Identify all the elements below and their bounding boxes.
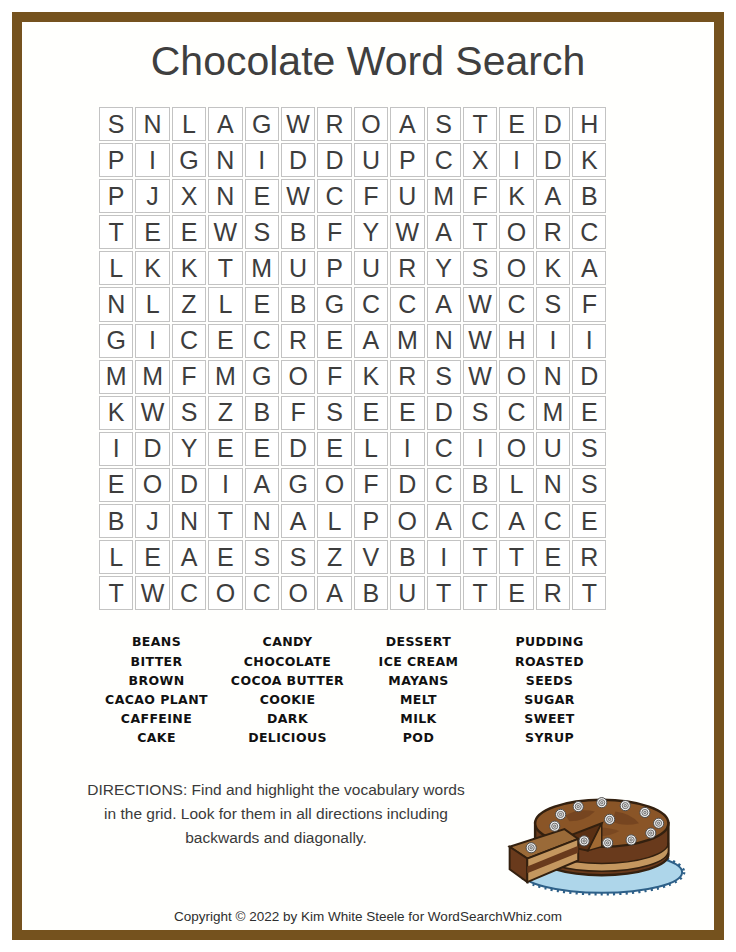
word-list-item: CANDY: [263, 632, 313, 651]
word-list-item: COOKIE: [260, 690, 316, 709]
grid-container: SNLAGWROASTEDHPIGNIDDUPCXIDKPJXNEWCFUMFK…: [99, 107, 714, 610]
word-list-item: BITTER: [130, 652, 182, 671]
word-list-item: BROWN: [128, 671, 184, 690]
word-list-column: DESSERTICE CREAMMAYANSMELTMILKPOD: [353, 632, 484, 747]
directions-line: backwards and diagonally.: [70, 826, 482, 850]
grid-cell-r6-c11[interactable]: W: [463, 287, 497, 321]
grid-cell-r14-c14[interactable]: T: [572, 576, 606, 610]
grid-cell-r10-c14[interactable]: S: [572, 432, 606, 466]
word-list-item: CAKE: [137, 728, 176, 747]
grid-cell-r6-c8[interactable]: C: [354, 287, 388, 321]
grid-cell-r1-c2[interactable]: N: [135, 107, 169, 141]
grid-cell-r8-c11[interactable]: W: [463, 360, 497, 394]
grid-cell-r3-c11[interactable]: F: [463, 179, 497, 213]
grid-cell-r12-c3[interactable]: N: [172, 504, 206, 538]
grid-cell-r8-c1[interactable]: M: [99, 360, 133, 394]
grid-cell-r10-c12[interactable]: O: [499, 432, 533, 466]
grid-cell-r1-c8[interactable]: O: [354, 107, 388, 141]
grid-cell-r6-c3[interactable]: Z: [172, 287, 206, 321]
word-grid: SNLAGWROASTEDHPIGNIDDUPCXIDKPJXNEWCFUMFK…: [99, 107, 608, 610]
grid-cell-r9-c7[interactable]: S: [317, 396, 351, 430]
grid-cell-r2-c14[interactable]: K: [572, 143, 606, 177]
grid-cell-r9-c6[interactable]: F: [281, 396, 315, 430]
word-list-item: SUGAR: [524, 690, 575, 709]
grid-cell-r4-c3[interactable]: E: [172, 215, 206, 249]
grid-cell-r5-c8[interactable]: U: [354, 251, 388, 285]
grid-cell-r14-c12[interactable]: E: [499, 576, 533, 610]
grid-cell-r4-c6[interactable]: B: [281, 215, 315, 249]
grid-cell-r2-c9[interactable]: P: [390, 143, 424, 177]
grid-cell-r11-c4[interactable]: I: [208, 468, 242, 502]
grid-cell-r1-c1[interactable]: S: [99, 107, 133, 141]
grid-cell-r1-c10[interactable]: S: [427, 107, 461, 141]
grid-cell-r5-c14[interactable]: A: [572, 251, 606, 285]
grid-cell-r7-c10[interactable]: N: [427, 324, 461, 358]
grid-cell-r1-c6[interactable]: W: [281, 107, 315, 141]
grid-cell-r9-c8[interactable]: E: [354, 396, 388, 430]
grid-cell-r9-c12[interactable]: C: [499, 396, 533, 430]
word-list-column: PUDDINGROASTEDSEEDSSUGARSWEETSYRUP: [484, 632, 615, 747]
grid-cell-r2-c7[interactable]: D: [317, 143, 351, 177]
grid-cell-r9-c13[interactable]: M: [536, 396, 570, 430]
grid-cell-r4-c7[interactable]: F: [317, 215, 351, 249]
grid-cell-r6-c10[interactable]: A: [427, 287, 461, 321]
grid-cell-r13-c12[interactable]: T: [499, 540, 533, 574]
grid-cell-r9-c4[interactable]: Z: [208, 396, 242, 430]
grid-cell-r2-c10[interactable]: C: [427, 143, 461, 177]
grid-cell-r5-c1[interactable]: L: [99, 251, 133, 285]
grid-cell-r7-c13[interactable]: I: [536, 324, 570, 358]
grid-cell-r3-c2[interactable]: J: [135, 179, 169, 213]
grid-cell-r5-c5[interactable]: M: [245, 251, 279, 285]
grid-cell-r10-c3[interactable]: Y: [172, 432, 206, 466]
grid-cell-r13-c4[interactable]: E: [208, 540, 242, 574]
grid-cell-r1-c3[interactable]: L: [172, 107, 206, 141]
grid-cell-r10-c5[interactable]: E: [245, 432, 279, 466]
word-list-item: SWEET: [524, 709, 574, 728]
grid-cell-r11-c14[interactable]: S: [572, 468, 606, 502]
grid-cell-r14-c11[interactable]: T: [463, 576, 497, 610]
grid-cell-r12-c10[interactable]: A: [427, 504, 461, 538]
grid-cell-r8-c3[interactable]: F: [172, 360, 206, 394]
grid-cell-r3-c8[interactable]: F: [354, 179, 388, 213]
word-list-item: CACAO PLANT: [105, 690, 208, 709]
word-list-item: DARK: [267, 709, 308, 728]
grid-cell-r11-c12[interactable]: L: [499, 468, 533, 502]
chocolate-cake-illustration: [492, 772, 688, 900]
grid-cell-r13-c3[interactable]: A: [172, 540, 206, 574]
grid-cell-r5-c7[interactable]: P: [317, 251, 351, 285]
grid-cell-r9-c2[interactable]: W: [135, 396, 169, 430]
grid-cell-r2-c11[interactable]: X: [463, 143, 497, 177]
grid-cell-r2-c13[interactable]: D: [536, 143, 570, 177]
grid-cell-r6-c4[interactable]: L: [208, 287, 242, 321]
word-list-item: ROASTED: [515, 652, 584, 671]
word-list-item: PUDDING: [515, 632, 583, 651]
grid-cell-r10-c11[interactable]: I: [463, 432, 497, 466]
grid-cell-r4-c8[interactable]: Y: [354, 215, 388, 249]
grid-cell-r14-c1[interactable]: T: [99, 576, 133, 610]
grid-cell-r12-c1[interactable]: B: [99, 504, 133, 538]
word-list-item: DESSERT: [386, 632, 451, 651]
grid-cell-r13-c9[interactable]: B: [390, 540, 424, 574]
grid-cell-r10-c1[interactable]: I: [99, 432, 133, 466]
grid-cell-r12-c7[interactable]: L: [317, 504, 351, 538]
word-list-item: SEEDS: [526, 671, 573, 690]
grid-cell-r4-c5[interactable]: S: [245, 215, 279, 249]
grid-cell-r10-c2[interactable]: D: [135, 432, 169, 466]
grid-cell-r3-c4[interactable]: N: [208, 179, 242, 213]
worksheet-page: Chocolate Word Search SNLAGWROASTEDHPIGN…: [0, 0, 736, 952]
grid-cell-r13-c6[interactable]: S: [281, 540, 315, 574]
grid-cell-r10-c10[interactable]: C: [427, 432, 461, 466]
grid-cell-r1-c12[interactable]: E: [499, 107, 533, 141]
grid-cell-r4-c11[interactable]: T: [463, 215, 497, 249]
word-list-item: MELT: [400, 690, 437, 709]
grid-cell-r3-c13[interactable]: A: [536, 179, 570, 213]
grid-cell-r8-c8[interactable]: K: [354, 360, 388, 394]
grid-cell-r9-c1[interactable]: K: [99, 396, 133, 430]
directions-line: DIRECTIONS: Find and highlight the vocab…: [70, 778, 482, 802]
grid-cell-r1-c14[interactable]: H: [572, 107, 606, 141]
grid-cell-r5-c2[interactable]: K: [135, 251, 169, 285]
grid-cell-r14-c13[interactable]: R: [536, 576, 570, 610]
grid-cell-r8-c10[interactable]: S: [427, 360, 461, 394]
grid-cell-r2-c1[interactable]: P: [99, 143, 133, 177]
grid-cell-r14-c10[interactable]: T: [427, 576, 461, 610]
grid-cell-r3-c5[interactable]: E: [245, 179, 279, 213]
grid-cell-r13-c11[interactable]: T: [463, 540, 497, 574]
word-list-item: DELICIOUS: [248, 728, 327, 747]
grid-cell-r6-c14[interactable]: F: [572, 287, 606, 321]
grid-cell-r5-c6[interactable]: U: [281, 251, 315, 285]
grid-cell-r4-c12[interactable]: O: [499, 215, 533, 249]
grid-cell-r7-c14[interactable]: I: [572, 324, 606, 358]
grid-cell-r13-c13[interactable]: E: [536, 540, 570, 574]
grid-cell-r8-c14[interactable]: D: [572, 360, 606, 394]
grid-cell-r11-c9[interactable]: D: [390, 468, 424, 502]
grid-cell-r11-c13[interactable]: N: [536, 468, 570, 502]
grid-cell-r13-c7[interactable]: Z: [317, 540, 351, 574]
grid-cell-r2-c2[interactable]: I: [135, 143, 169, 177]
word-list: BEANSBITTERBROWNCACAO PLANTCAFFEINECAKEC…: [91, 632, 615, 747]
grid-cell-r1-c7[interactable]: R: [317, 107, 351, 141]
word-list-item: ICE CREAM: [379, 652, 459, 671]
grid-cell-r13-c8[interactable]: V: [354, 540, 388, 574]
grid-cell-r11-c2[interactable]: O: [135, 468, 169, 502]
grid-cell-r8-c9[interactable]: R: [390, 360, 424, 394]
grid-cell-r5-c3[interactable]: K: [172, 251, 206, 285]
grid-cell-r3-c9[interactable]: U: [390, 179, 424, 213]
grid-cell-r13-c5[interactable]: S: [245, 540, 279, 574]
grid-cell-r12-c8[interactable]: P: [354, 504, 388, 538]
grid-cell-r10-c8[interactable]: L: [354, 432, 388, 466]
grid-cell-r8-c5[interactable]: G: [245, 360, 279, 394]
grid-cell-r5-c9[interactable]: R: [390, 251, 424, 285]
grid-cell-r9-c10[interactable]: D: [427, 396, 461, 430]
grid-cell-r12-c9[interactable]: O: [390, 504, 424, 538]
grid-cell-r14-c4[interactable]: O: [208, 576, 242, 610]
grid-cell-r11-c8[interactable]: F: [354, 468, 388, 502]
grid-cell-r6-c9[interactable]: C: [390, 287, 424, 321]
grid-cell-r2-c3[interactable]: G: [172, 143, 206, 177]
word-list-item: MILK: [400, 709, 436, 728]
grid-cell-r11-c3[interactable]: D: [172, 468, 206, 502]
word-list-item: CAFFEINE: [121, 709, 192, 728]
grid-cell-r3-c10[interactable]: M: [427, 179, 461, 213]
grid-cell-r13-c14[interactable]: R: [572, 540, 606, 574]
grid-cell-r1-c13[interactable]: D: [536, 107, 570, 141]
grid-cell-r8-c2[interactable]: M: [135, 360, 169, 394]
copyright-text: Copyright © 2022 by Kim White Steele for…: [22, 909, 714, 924]
grid-cell-r7-c11[interactable]: W: [463, 324, 497, 358]
grid-cell-r7-c6[interactable]: R: [281, 324, 315, 358]
grid-cell-r12-c13[interactable]: C: [536, 504, 570, 538]
grid-cell-r6-c6[interactable]: B: [281, 287, 315, 321]
grid-cell-r8-c6[interactable]: O: [281, 360, 315, 394]
grid-cell-r12-c2[interactable]: J: [135, 504, 169, 538]
directions-line: in the grid. Look for them in all direct…: [70, 802, 482, 826]
grid-cell-r1-c9[interactable]: A: [390, 107, 424, 141]
grid-cell-r4-c2[interactable]: E: [135, 215, 169, 249]
grid-cell-r12-c5[interactable]: N: [245, 504, 279, 538]
grid-cell-r4-c4[interactable]: W: [208, 215, 242, 249]
grid-cell-r9-c14[interactable]: E: [572, 396, 606, 430]
grid-cell-r7-c3[interactable]: C: [172, 324, 206, 358]
grid-cell-r9-c11[interactable]: S: [463, 396, 497, 430]
grid-cell-r4-c9[interactable]: W: [390, 215, 424, 249]
grid-cell-r8-c7[interactable]: F: [317, 360, 351, 394]
grid-cell-r3-c6[interactable]: W: [281, 179, 315, 213]
grid-cell-r3-c1[interactable]: P: [99, 179, 133, 213]
grid-cell-r11-c6[interactable]: G: [281, 468, 315, 502]
grid-cell-r6-c5[interactable]: E: [245, 287, 279, 321]
grid-cell-r7-c8[interactable]: A: [354, 324, 388, 358]
grid-cell-r10-c6[interactable]: D: [281, 432, 315, 466]
grid-cell-r1-c5[interactable]: G: [245, 107, 279, 141]
grid-cell-r14-c6[interactable]: O: [281, 576, 315, 610]
grid-cell-r4-c1[interactable]: T: [99, 215, 133, 249]
grid-cell-r13-c2[interactable]: E: [135, 540, 169, 574]
grid-cell-r5-c11[interactable]: S: [463, 251, 497, 285]
grid-cell-r1-c11[interactable]: T: [463, 107, 497, 141]
word-list-column: CANDYCHOCOLATECOCOA BUTTERCOOKIEDARKDELI…: [222, 632, 353, 747]
page-content: Chocolate Word Search SNLAGWROASTEDHPIGN…: [22, 22, 714, 930]
grid-cell-r3-c3[interactable]: X: [172, 179, 206, 213]
grid-cell-r7-c12[interactable]: H: [499, 324, 533, 358]
word-list-item: MAYANS: [388, 671, 448, 690]
grid-cell-r11-c10[interactable]: C: [427, 468, 461, 502]
grid-cell-r14-c8[interactable]: B: [354, 576, 388, 610]
grid-cell-r11-c1[interactable]: E: [99, 468, 133, 502]
grid-cell-r6-c13[interactable]: S: [536, 287, 570, 321]
grid-cell-r8-c13[interactable]: N: [536, 360, 570, 394]
grid-cell-r4-c13[interactable]: R: [536, 215, 570, 249]
grid-cell-r4-c10[interactable]: A: [427, 215, 461, 249]
grid-cell-r5-c10[interactable]: Y: [427, 251, 461, 285]
grid-cell-r10-c9[interactable]: I: [390, 432, 424, 466]
grid-cell-r7-c5[interactable]: C: [245, 324, 279, 358]
grid-cell-r2-c6[interactable]: D: [281, 143, 315, 177]
grid-cell-r7-c9[interactable]: M: [390, 324, 424, 358]
grid-cell-r13-c10[interactable]: I: [427, 540, 461, 574]
grid-cell-r10-c4[interactable]: E: [208, 432, 242, 466]
grid-cell-r2-c12[interactable]: I: [499, 143, 533, 177]
grid-cell-r12-c11[interactable]: C: [463, 504, 497, 538]
grid-cell-r9-c5[interactable]: B: [245, 396, 279, 430]
word-list-column: BEANSBITTERBROWNCACAO PLANTCAFFEINECAKE: [91, 632, 222, 747]
grid-cell-r10-c13[interactable]: U: [536, 432, 570, 466]
grid-cell-r1-c4[interactable]: A: [208, 107, 242, 141]
grid-cell-r9-c3[interactable]: S: [172, 396, 206, 430]
page-title: Chocolate Word Search: [22, 22, 714, 85]
bottom-row: DIRECTIONS: Find and highlight the vocab…: [22, 778, 714, 900]
grid-cell-r12-c4[interactable]: T: [208, 504, 242, 538]
grid-cell-r14-c5[interactable]: C: [245, 576, 279, 610]
grid-cell-r11-c7[interactable]: O: [317, 468, 351, 502]
grid-cell-r13-c1[interactable]: L: [99, 540, 133, 574]
grid-cell-r8-c4[interactable]: M: [208, 360, 242, 394]
grid-cell-r3-c14[interactable]: B: [572, 179, 606, 213]
grid-cell-r11-c11[interactable]: B: [463, 468, 497, 502]
grid-cell-r5-c13[interactable]: K: [536, 251, 570, 285]
word-list-item: SYRUP: [525, 728, 574, 747]
grid-cell-r14-c7[interactable]: A: [317, 576, 351, 610]
grid-cell-r5-c4[interactable]: T: [208, 251, 242, 285]
grid-cell-r6-c1[interactable]: N: [99, 287, 133, 321]
grid-cell-r6-c7[interactable]: G: [317, 287, 351, 321]
grid-cell-r12-c14[interactable]: E: [572, 504, 606, 538]
word-list-item: BEANS: [132, 632, 181, 651]
grid-cell-r2-c8[interactable]: U: [354, 143, 388, 177]
grid-cell-r8-c12[interactable]: O: [499, 360, 533, 394]
grid-cell-r14-c3[interactable]: C: [172, 576, 206, 610]
grid-cell-r2-c5[interactable]: I: [245, 143, 279, 177]
grid-cell-r12-c12[interactable]: A: [499, 504, 533, 538]
grid-cell-r9-c9[interactable]: E: [390, 396, 424, 430]
grid-cell-r7-c2[interactable]: I: [135, 324, 169, 358]
grid-cell-r5-c12[interactable]: O: [499, 251, 533, 285]
grid-cell-r10-c7[interactable]: E: [317, 432, 351, 466]
grid-cell-r11-c5[interactable]: A: [245, 468, 279, 502]
word-list-item: POD: [403, 728, 434, 747]
grid-cell-r7-c1[interactable]: G: [99, 324, 133, 358]
grid-cell-r2-c4[interactable]: N: [208, 143, 242, 177]
grid-cell-r3-c7[interactable]: C: [317, 179, 351, 213]
grid-cell-r3-c12[interactable]: K: [499, 179, 533, 213]
grid-cell-r6-c12[interactable]: C: [499, 287, 533, 321]
grid-cell-r7-c4[interactable]: E: [208, 324, 242, 358]
directions-text: DIRECTIONS: Find and highlight the vocab…: [70, 778, 482, 850]
grid-cell-r14-c9[interactable]: U: [390, 576, 424, 610]
grid-cell-r14-c2[interactable]: W: [135, 576, 169, 610]
grid-cell-r6-c2[interactable]: L: [135, 287, 169, 321]
word-list-item: CHOCOLATE: [244, 652, 331, 671]
grid-cell-r4-c14[interactable]: C: [572, 215, 606, 249]
grid-cell-r7-c7[interactable]: E: [317, 324, 351, 358]
word-list-item: COCOA BUTTER: [231, 671, 344, 690]
grid-cell-r12-c6[interactable]: A: [281, 504, 315, 538]
